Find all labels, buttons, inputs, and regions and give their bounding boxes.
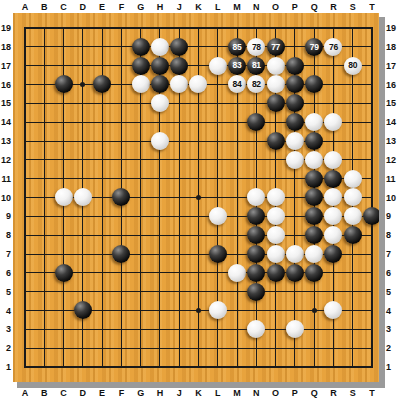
white-stone-S17: 80 (344, 57, 362, 75)
coordinate-label-bottom: A (18, 387, 32, 399)
coordinate-label-bottom: H (153, 387, 167, 399)
black-stone-N9 (247, 207, 265, 225)
coordinate-label-right: 16 (386, 79, 400, 91)
black-stone-N17: 81 (247, 57, 265, 75)
stones-grid: 85787779768381808482 (15, 19, 381, 377)
white-stone-L17 (209, 57, 227, 75)
coordinate-label-top: E (95, 1, 109, 13)
coordinate-label-bottom: L (211, 387, 225, 399)
black-stone-O6 (267, 264, 285, 282)
move-number-label: 78 (252, 43, 261, 52)
white-stone-R12 (324, 151, 342, 169)
black-stone-G17 (132, 57, 150, 75)
move-number-label: 82 (252, 80, 261, 89)
white-stone-N18: 78 (247, 38, 265, 56)
coordinate-label-bottom: P (288, 387, 302, 399)
coordinate-label-bottom: O (269, 387, 283, 399)
coordinate-label-top: F (114, 1, 128, 13)
coordinate-label-left: 13 (0, 135, 11, 147)
white-stone-O7 (267, 245, 285, 263)
coordinate-label-left: 15 (0, 97, 11, 109)
black-stone-P6 (286, 264, 304, 282)
coordinate-label-top: Q (307, 1, 321, 13)
coordinate-label-bottom: S (346, 387, 360, 399)
coordinate-label-left: 12 (0, 154, 11, 166)
coordinate-label-right: 3 (386, 323, 400, 335)
white-stone-H15 (151, 94, 169, 112)
coordinate-label-bottom: G (134, 387, 148, 399)
coordinate-label-left: 18 (0, 41, 11, 53)
white-stone-M6 (228, 264, 246, 282)
white-stone-L4 (209, 301, 227, 319)
move-number-label: 77 (271, 43, 280, 52)
coordinate-label-top: D (76, 1, 90, 13)
coordinate-label-bottom: B (37, 387, 51, 399)
coordinate-label-right: 4 (386, 305, 400, 317)
black-stone-P14 (286, 113, 304, 131)
white-stone-O8 (267, 226, 285, 244)
coordinate-label-left: 4 (0, 305, 11, 317)
goban[interactable]: 85787779768381808482 (13, 13, 379, 382)
coordinate-label-right: 7 (386, 248, 400, 260)
white-stone-L9 (209, 207, 227, 225)
coordinate-label-left: 8 (0, 229, 11, 241)
go-board-page: 85787779768381808482 ABCDEFGHJKLMNOPQRST… (0, 0, 400, 400)
black-stone-Q10 (305, 188, 323, 206)
coordinate-label-bottom: E (95, 387, 109, 399)
white-stone-R14 (324, 113, 342, 131)
coordinate-label-right: 15 (386, 97, 400, 109)
coordinate-label-right: 17 (386, 60, 400, 72)
coordinate-label-right: 1 (386, 361, 400, 373)
coordinate-label-bottom: C (57, 387, 71, 399)
coordinate-label-right: 8 (386, 229, 400, 241)
coordinate-label-top: S (346, 1, 360, 13)
black-stone-N8 (247, 226, 265, 244)
black-stone-J17 (170, 57, 188, 75)
coordinate-label-left: 6 (0, 267, 11, 279)
white-stone-Q12 (305, 151, 323, 169)
white-stone-O9 (267, 207, 285, 225)
move-number-label: 81 (252, 61, 261, 70)
black-stone-F7 (112, 245, 130, 263)
white-stone-C10 (55, 188, 73, 206)
coordinate-label-left: 7 (0, 248, 11, 260)
coordinate-label-bottom: T (365, 387, 379, 399)
coordinate-label-right: 18 (386, 41, 400, 53)
white-stone-R4 (324, 301, 342, 319)
black-stone-J18 (170, 38, 188, 56)
coordinate-label-top: T (365, 1, 379, 13)
white-stone-O16 (267, 75, 285, 93)
black-stone-P17 (286, 57, 304, 75)
coordinate-label-left: 17 (0, 60, 11, 72)
coordinate-label-right: 13 (386, 135, 400, 147)
black-stone-H16 (151, 75, 169, 93)
coordinate-label-top: O (269, 1, 283, 13)
coordinate-label-left: 16 (0, 79, 11, 91)
white-stone-S11 (344, 170, 362, 188)
coordinate-label-top: L (211, 1, 225, 13)
white-stone-R9 (324, 207, 342, 225)
white-stone-P3 (286, 320, 304, 338)
white-stone-R10 (324, 188, 342, 206)
coordinate-label-bottom: N (249, 387, 263, 399)
white-stone-M16: 84 (228, 75, 246, 93)
white-stone-N3 (247, 320, 265, 338)
white-stone-S9 (344, 207, 362, 225)
move-number-label: 80 (348, 61, 357, 70)
coordinate-label-right: 2 (386, 342, 400, 354)
coordinate-label-right: 19 (386, 22, 400, 34)
coordinate-label-left: 19 (0, 22, 11, 34)
white-stone-P12 (286, 151, 304, 169)
black-stone-Q18: 79 (305, 38, 323, 56)
white-stone-N16: 82 (247, 75, 265, 93)
black-stone-S8 (344, 226, 362, 244)
white-stone-N10 (247, 188, 265, 206)
coordinate-label-top: B (37, 1, 51, 13)
coordinate-label-top: G (134, 1, 148, 13)
white-stone-Q7 (305, 245, 323, 263)
move-number-label: 79 (310, 43, 319, 52)
move-number-label: 83 (233, 61, 242, 70)
coordinate-label-top: C (57, 1, 71, 13)
white-stone-K16 (189, 75, 207, 93)
black-stone-E16 (93, 75, 111, 93)
black-stone-D4 (74, 301, 92, 319)
black-stone-Q9 (305, 207, 323, 225)
black-stone-C16 (55, 75, 73, 93)
coordinate-label-right: 10 (386, 192, 400, 204)
coordinate-label-top: K (192, 1, 206, 13)
white-stone-D10 (74, 188, 92, 206)
black-stone-P16 (286, 75, 304, 93)
coordinate-label-bottom: F (114, 387, 128, 399)
black-stone-G18 (132, 38, 150, 56)
coordinate-label-bottom: J (172, 387, 186, 399)
board-shadow-right (379, 17, 385, 386)
black-stone-R7 (324, 245, 342, 263)
coordinate-label-left: 1 (0, 361, 11, 373)
black-stone-N7 (247, 245, 265, 263)
coordinate-label-right: 14 (386, 116, 400, 128)
coordinate-label-bottom: M (230, 387, 244, 399)
white-stone-S10 (344, 188, 362, 206)
black-stone-N5 (247, 283, 265, 301)
move-number-label: 76 (329, 43, 338, 52)
black-stone-Q8 (305, 226, 323, 244)
black-stone-Q16 (305, 75, 323, 93)
black-stone-Q11 (305, 170, 323, 188)
coordinate-label-right: 9 (386, 210, 400, 222)
white-stone-J16 (170, 75, 188, 93)
black-stone-L7 (209, 245, 227, 263)
white-stone-H18 (151, 38, 169, 56)
white-stone-Q14 (305, 113, 323, 131)
black-stone-O13 (267, 132, 285, 150)
coordinate-label-right: 12 (386, 154, 400, 166)
white-stone-G16 (132, 75, 150, 93)
black-stone-R11 (324, 170, 342, 188)
coordinate-label-left: 2 (0, 342, 11, 354)
coordinate-label-top: M (230, 1, 244, 13)
coordinate-label-top: H (153, 1, 167, 13)
white-stone-O10 (267, 188, 285, 206)
coordinate-label-left: 14 (0, 116, 11, 128)
white-stone-H13 (151, 132, 169, 150)
white-stone-R8 (324, 226, 342, 244)
white-stone-R18: 76 (324, 38, 342, 56)
coordinate-label-top: J (172, 1, 186, 13)
black-stone-M17: 83 (228, 57, 246, 75)
black-stone-P15 (286, 94, 304, 112)
black-stone-H17 (151, 57, 169, 75)
move-number-label: 85 (233, 43, 242, 52)
black-stone-Q6 (305, 264, 323, 282)
coordinate-label-bottom: D (76, 387, 90, 399)
coordinate-label-top: A (18, 1, 32, 13)
black-stone-O18: 77 (267, 38, 285, 56)
white-stone-P7 (286, 245, 304, 263)
black-stone-N6 (247, 264, 265, 282)
coordinate-label-left: 9 (0, 210, 11, 222)
black-stone-N14 (247, 113, 265, 131)
black-stone-O15 (267, 94, 285, 112)
move-number-label: 84 (233, 80, 242, 89)
white-stone-O17 (267, 57, 285, 75)
coordinate-label-top: P (288, 1, 302, 13)
black-stone-F10 (112, 188, 130, 206)
coordinate-label-bottom: R (326, 387, 340, 399)
black-stone-M18: 85 (228, 38, 246, 56)
coordinate-label-left: 5 (0, 286, 11, 298)
coordinate-label-left: 3 (0, 323, 11, 335)
coordinate-label-right: 11 (386, 173, 400, 185)
coordinate-label-top: R (326, 1, 340, 13)
coordinate-label-left: 11 (0, 173, 11, 185)
coordinate-label-right: 5 (386, 286, 400, 298)
black-stone-C6 (55, 264, 73, 282)
coordinate-label-top: N (249, 1, 263, 13)
coordinate-label-right: 6 (386, 267, 400, 279)
coordinate-label-left: 10 (0, 192, 11, 204)
coordinate-label-bottom: Q (307, 387, 321, 399)
black-stone-Q13 (305, 132, 323, 150)
coordinate-label-bottom: K (192, 387, 206, 399)
white-stone-P13 (286, 132, 304, 150)
